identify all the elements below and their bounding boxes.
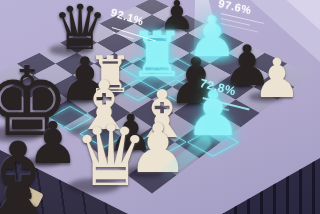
white-pawn-h6[interactable]: ♟	[253, 52, 301, 106]
piece-overlay: ♛♚♝♟♟♟♟♟♟♜♝♛♝♟♟♜♟♟	[0, 0, 320, 214]
white-pawn-g2[interactable]: ♟	[128, 115, 189, 183]
chess-scene: ♞♞ ♛♚♝♟♟♟♟♟♟♜♝♛♝♟♟♜♟♟ 92.1% 97.6% 72.8%	[0, 0, 320, 214]
hologram-pawn-f6[interactable]: ♟	[187, 9, 237, 65]
hologram-rook-e5[interactable]: ♜	[129, 24, 185, 86]
black-pawn-c1[interactable]: ♟	[27, 114, 79, 172]
